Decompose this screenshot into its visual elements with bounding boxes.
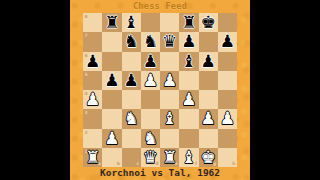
square-a1: 1a♜ <box>83 148 102 167</box>
square-d3 <box>141 109 160 128</box>
rank-label-8: 8 <box>85 14 88 19</box>
square-h5 <box>218 71 237 90</box>
game-caption: Korchnoi vs Tal, 1962 <box>70 166 250 180</box>
square-h7: ♟ <box>218 32 237 51</box>
square-f7: ♟ <box>179 32 198 51</box>
square-g1: g♚ <box>199 148 218 167</box>
square-d5: ♟ <box>141 71 160 90</box>
square-h4 <box>218 90 237 109</box>
square-f1: f♝ <box>179 148 198 167</box>
square-a7: 7 <box>83 32 102 51</box>
chess-board: 8♜♝♜♚7♞♞♛♟♟6♟♟♝♟5♟♟♟♟4♟♟3♞♝♟♟2♟♞1a♜bcd♛e… <box>83 13 237 167</box>
square-c8: ♝ <box>122 13 141 32</box>
square-g3: ♟ <box>199 109 218 128</box>
square-h1: h <box>218 148 237 167</box>
square-h8 <box>218 13 237 32</box>
rank-label-3: 3 <box>85 110 88 115</box>
piece-white-knight: ♞ <box>141 129 160 148</box>
square-a8: 8 <box>83 13 102 32</box>
square-a6: 6♟ <box>83 52 102 71</box>
square-g7 <box>199 32 218 51</box>
piece-black-pawn: ♟ <box>102 71 121 90</box>
piece-white-pawn: ♟ <box>160 71 179 90</box>
square-g4 <box>199 90 218 109</box>
square-f5 <box>179 71 198 90</box>
square-h3: ♟ <box>218 109 237 128</box>
letterbox-right <box>250 0 320 180</box>
piece-black-knight: ♞ <box>122 32 141 51</box>
piece-black-pawn: ♟ <box>141 52 160 71</box>
piece-black-bishop: ♝ <box>179 52 198 71</box>
square-c4 <box>122 90 141 109</box>
piece-black-rook: ♜ <box>179 13 198 32</box>
square-d1: d♛ <box>141 148 160 167</box>
square-d4 <box>141 90 160 109</box>
square-e3: ♝ <box>160 109 179 128</box>
piece-black-rook: ♜ <box>102 13 121 32</box>
square-e5: ♟ <box>160 71 179 90</box>
square-b5: ♟ <box>102 71 121 90</box>
square-e7: ♛ <box>160 32 179 51</box>
square-b1: b <box>102 148 121 167</box>
rank-label-4: 4 <box>85 91 88 96</box>
square-c1: c <box>122 148 141 167</box>
square-a4: 4♟ <box>83 90 102 109</box>
square-b7 <box>102 32 121 51</box>
square-f8: ♜ <box>179 13 198 32</box>
square-a3: 3 <box>83 109 102 128</box>
rank-label-7: 7 <box>85 33 88 38</box>
piece-black-pawn: ♟ <box>179 32 198 51</box>
piece-white-bishop: ♝ <box>160 109 179 128</box>
square-g6: ♟ <box>199 52 218 71</box>
square-e4 <box>160 90 179 109</box>
piece-black-pawn: ♟ <box>122 71 141 90</box>
square-c6 <box>122 52 141 71</box>
piece-black-king: ♚ <box>199 13 218 32</box>
square-c2 <box>122 129 141 148</box>
square-g5 <box>199 71 218 90</box>
channel-watermark: Chess Feed <box>70 0 250 13</box>
square-d2: ♞ <box>141 129 160 148</box>
square-f4: ♟ <box>179 90 198 109</box>
square-h2 <box>218 129 237 148</box>
piece-black-knight: ♞ <box>141 32 160 51</box>
square-b2: ♟ <box>102 129 121 148</box>
square-e2 <box>160 129 179 148</box>
square-a2: 2 <box>83 129 102 148</box>
square-e8 <box>160 13 179 32</box>
piece-white-pawn: ♟ <box>179 90 198 109</box>
letterbox-left <box>0 0 70 180</box>
square-c7: ♞ <box>122 32 141 51</box>
piece-white-pawn: ♟ <box>218 109 237 128</box>
piece-black-bishop: ♝ <box>122 13 141 32</box>
piece-white-pawn: ♟ <box>141 71 160 90</box>
piece-black-queen: ♛ <box>160 32 179 51</box>
rank-label-6: 6 <box>85 53 88 58</box>
rank-label-1: 1 <box>85 149 88 154</box>
square-g2 <box>199 129 218 148</box>
square-c3: ♞ <box>122 109 141 128</box>
square-g8: ♚ <box>199 13 218 32</box>
piece-white-knight: ♞ <box>122 109 141 128</box>
square-d6: ♟ <box>141 52 160 71</box>
square-d7: ♞ <box>141 32 160 51</box>
rank-label-2: 2 <box>85 130 88 135</box>
piece-white-pawn: ♟ <box>199 109 218 128</box>
square-e1: e♜ <box>160 148 179 167</box>
square-b3 <box>102 109 121 128</box>
square-c5: ♟ <box>122 71 141 90</box>
square-b8: ♜ <box>102 13 121 32</box>
rank-label-5: 5 <box>85 72 88 77</box>
square-f3 <box>179 109 198 128</box>
piece-black-pawn: ♟ <box>199 52 218 71</box>
square-f2 <box>179 129 198 148</box>
square-a5: 5 <box>83 71 102 90</box>
square-e6 <box>160 52 179 71</box>
square-d8 <box>141 13 160 32</box>
square-b6 <box>102 52 121 71</box>
piece-white-pawn: ♟ <box>102 129 121 148</box>
square-h6 <box>218 52 237 71</box>
chess-panel: Chess Feed 8♜♝♜♚7♞♞♛♟♟6♟♟♝♟5♟♟♟♟4♟♟3♞♝♟♟… <box>70 0 250 180</box>
square-b4 <box>102 90 121 109</box>
square-f6: ♝ <box>179 52 198 71</box>
piece-black-pawn: ♟ <box>218 32 237 51</box>
video-frame: Chess Feed 8♜♝♜♚7♞♞♛♟♟6♟♟♝♟5♟♟♟♟4♟♟3♞♝♟♟… <box>0 0 320 180</box>
